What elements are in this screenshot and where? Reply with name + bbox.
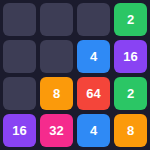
empty-cell xyxy=(40,40,73,73)
empty-cell xyxy=(3,3,36,36)
tile-32: 32 xyxy=(40,114,73,147)
tile-2: 2 xyxy=(114,3,147,36)
tile-2: 2 xyxy=(114,77,147,110)
empty-cell xyxy=(3,40,36,73)
empty-cell xyxy=(77,3,110,36)
tile-16: 16 xyxy=(114,40,147,73)
tile-16: 16 xyxy=(3,114,36,147)
empty-cell xyxy=(40,3,73,36)
2048-board[interactable]: 24168642163248 xyxy=(0,0,150,150)
tile-8: 8 xyxy=(40,77,73,110)
empty-cell xyxy=(3,77,36,110)
tile-4: 4 xyxy=(77,40,110,73)
tile-64: 64 xyxy=(77,77,110,110)
tile-4: 4 xyxy=(77,114,110,147)
tile-8: 8 xyxy=(114,114,147,147)
